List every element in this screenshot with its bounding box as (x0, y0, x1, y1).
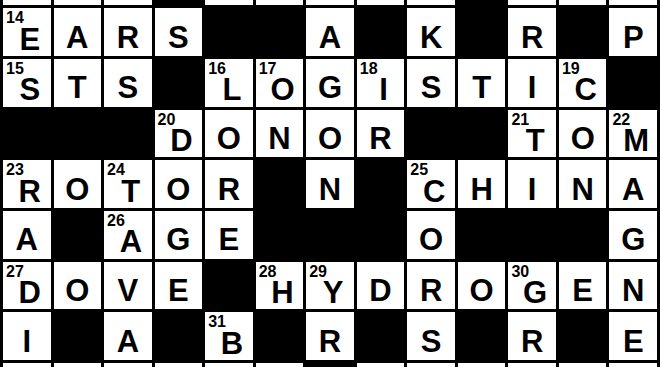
cell-r8-c11[interactable] (559, 363, 607, 367)
cell-r8-c9[interactable] (458, 363, 506, 367)
cell-letter: R (407, 267, 455, 315)
cell-r0-c5[interactable] (256, 0, 304, 5)
cell-r5-c2[interactable]: 26A (104, 211, 152, 259)
block-cell-r5-c11 (559, 211, 607, 259)
cell-letter: D (6, 269, 54, 317)
cell-r2-c2[interactable]: S (104, 59, 152, 107)
cell-r7-c12[interactable]: E (609, 312, 657, 360)
block-cell-r3-c2 (104, 110, 152, 158)
cell-r2-c11[interactable]: 19C (559, 59, 607, 107)
cell-r8-c0[interactable] (3, 363, 51, 367)
cell-letter: C (562, 66, 610, 114)
cell-r1-c8[interactable]: K (407, 8, 455, 56)
cell-r5-c12[interactable]: G (609, 211, 657, 259)
block-cell-r3-c8 (407, 110, 455, 158)
cell-letter: S (6, 66, 54, 114)
cell-r6-c3[interactable]: E (155, 262, 203, 310)
cell-r2-c10[interactable]: I (508, 59, 556, 107)
cell-letter: T (54, 64, 102, 112)
cell-letter: N (609, 267, 657, 315)
block-cell-r2-c3 (155, 59, 203, 107)
cell-letter: I (508, 64, 556, 112)
cell-letter: O (205, 115, 253, 163)
cell-letter: A (609, 165, 657, 213)
block-cell-r7-c3 (155, 312, 203, 360)
cell-r8-c5[interactable] (256, 363, 304, 367)
cell-r0-c11[interactable] (559, 0, 607, 5)
block-cell-r3-c9 (458, 110, 506, 158)
cell-r8-c4[interactable] (205, 363, 253, 367)
cell-r6-c10[interactable]: 30G (508, 262, 556, 310)
cell-r2-c9[interactable]: T (458, 59, 506, 107)
cell-r2-c7[interactable]: 18I (357, 59, 405, 107)
cell-letter: I (360, 66, 408, 114)
cell-letter: G (609, 216, 657, 264)
cell-letter: R (508, 317, 556, 365)
cell-letter: A (3, 216, 51, 264)
cell-letter: B (208, 319, 256, 367)
cell-letter: O (155, 165, 203, 213)
cell-letter: E (609, 317, 657, 365)
cell-r1-c6[interactable]: A (306, 8, 354, 56)
block-cell-r0-c3 (155, 0, 203, 5)
cell-letter: H (458, 165, 506, 213)
cell-letter: A (54, 13, 102, 61)
cell-r6-c12[interactable]: N (609, 262, 657, 310)
cell-r1-c2[interactable]: R (104, 8, 152, 56)
cell-r7-c4[interactable]: 31B (205, 312, 253, 360)
cell-r3-c5[interactable]: N (256, 110, 304, 158)
cell-r3-c4[interactable]: O (205, 110, 253, 158)
cell-r1-c12[interactable]: P (609, 8, 657, 56)
block-cell-r7-c9 (458, 312, 506, 360)
cell-r8-c2[interactable] (104, 363, 152, 367)
block-cell-r5-c10 (508, 211, 556, 259)
cell-letter: E (155, 267, 203, 315)
cell-r2-c0[interactable]: 15S (3, 59, 51, 107)
cell-r6-c2[interactable]: V (104, 262, 152, 310)
block-cell-r3-c0 (3, 110, 51, 158)
crossword-screen: 14EARSAKRP15STS16L17OG18ISTI19C20DONOR21… (0, 0, 660, 367)
cell-letter: A (306, 13, 354, 61)
cell-r0-c12[interactable] (609, 0, 657, 5)
cell-letter: D (158, 117, 206, 165)
cell-letter: L (208, 66, 256, 114)
cell-r8-c7[interactable] (357, 363, 405, 367)
cell-r6-c9[interactable]: O (458, 262, 506, 310)
cell-r7-c6[interactable]: R (306, 312, 354, 360)
cell-letter: O (54, 165, 102, 213)
cell-letter: R (306, 317, 354, 365)
cell-r1-c1[interactable]: A (54, 8, 102, 56)
cell-r0-c10[interactable] (508, 0, 556, 5)
cell-r4-c4[interactable]: R (205, 160, 253, 208)
block-cell-r7-c1 (54, 312, 102, 360)
cell-letter: O (54, 267, 102, 315)
cell-letter: R (357, 115, 405, 163)
cell-r4-c2[interactable]: 24T (104, 160, 152, 208)
cell-r1-c10[interactable]: R (508, 8, 556, 56)
cell-r1-c0[interactable]: 14E (3, 8, 51, 56)
block-cell-r5-c6 (306, 211, 354, 259)
cell-letter: S (407, 317, 455, 365)
block-cell-r2-c12 (609, 59, 657, 107)
block-cell-r7-c5 (256, 312, 304, 360)
cell-r2-c4[interactable]: 16L (205, 59, 253, 107)
cell-r4-c3[interactable]: O (155, 160, 203, 208)
cell-letter: T (107, 167, 155, 215)
block-cell-r5-c5 (256, 211, 304, 259)
cell-letter: R (205, 165, 253, 213)
block-cell-r3-c1 (54, 110, 102, 158)
cell-r8-c8[interactable] (407, 363, 455, 367)
cell-letter: O (407, 216, 455, 264)
cell-letter: K (407, 13, 455, 61)
cell-letter: O (559, 115, 607, 163)
cell-r3-c7[interactable]: R (357, 110, 405, 158)
block-cell-r4-c7 (357, 160, 405, 208)
block-cell-r4-c5 (256, 160, 304, 208)
block-cell-r1-c7 (357, 8, 405, 56)
cell-letter: A (107, 218, 155, 266)
cell-letter: Y (309, 269, 357, 317)
block-cell-r1-c4 (205, 8, 253, 56)
cell-r0-c0[interactable] (3, 0, 51, 5)
block-cell-r1-c9 (458, 8, 506, 56)
cell-r0-c1[interactable] (54, 0, 102, 5)
block-cell-r5-c1 (54, 211, 102, 259)
cell-r6-c5[interactable]: 28H (256, 262, 304, 310)
cell-r5-c8[interactable]: O (407, 211, 455, 259)
cell-r8-c3[interactable] (155, 363, 203, 367)
cell-letter: G (511, 269, 559, 317)
cell-letter: G (155, 216, 203, 264)
cell-r4-c6[interactable]: N (306, 160, 354, 208)
cell-r8-c12[interactable] (609, 363, 657, 367)
cell-letter: H (259, 269, 307, 317)
cell-r5-c0[interactable]: A (3, 211, 51, 259)
cell-r3-c6[interactable]: O (306, 110, 354, 158)
cell-r6-c0[interactable]: 27D (3, 262, 51, 310)
cell-letter: R (508, 13, 556, 61)
cell-r4-c12[interactable]: A (609, 160, 657, 208)
block-cell-r8-c6 (306, 363, 354, 367)
cell-r0-c2[interactable] (104, 0, 152, 5)
cell-letter: R (104, 13, 152, 61)
block-cell-r5-c7 (357, 211, 405, 259)
cell-r2-c8[interactable]: S (407, 59, 455, 107)
cell-letter: C (410, 167, 458, 215)
cell-r6-c8[interactable]: R (407, 262, 455, 310)
cell-r8-c1[interactable] (54, 363, 102, 367)
cell-letter: G (306, 64, 354, 112)
cell-r0-c7[interactable] (357, 0, 405, 5)
cell-r4-c11[interactable]: N (559, 160, 607, 208)
cell-r0-c8[interactable] (407, 0, 455, 5)
cell-letter: S (407, 64, 455, 112)
cell-r2-c1[interactable]: T (54, 59, 102, 107)
cell-letter: O (458, 267, 506, 315)
cell-r3-c12[interactable]: 22M (609, 110, 657, 158)
cell-letter: S (104, 64, 152, 112)
cell-r7-c2[interactable]: A (104, 312, 152, 360)
cell-r6-c11[interactable]: E (559, 262, 607, 310)
block-cell-r7-c7 (357, 312, 405, 360)
cell-letter: A (104, 317, 152, 365)
cell-r4-c9[interactable]: H (458, 160, 506, 208)
cell-r3-c3[interactable]: 20D (155, 110, 203, 158)
cell-letter: T (458, 64, 506, 112)
block-cell-r1-c11 (559, 8, 607, 56)
cell-r2-c5[interactable]: 17O (256, 59, 304, 107)
cell-r7-c10[interactable]: R (508, 312, 556, 360)
cell-r0-c6[interactable] (306, 0, 354, 5)
cell-letter: E (205, 216, 253, 264)
cell-letter: E (559, 267, 607, 315)
cell-r3-c10[interactable]: 21T (508, 110, 556, 158)
cell-letter: I (3, 317, 51, 365)
cell-r4-c8[interactable]: 25C (407, 160, 455, 208)
cell-r4-c1[interactable]: O (54, 160, 102, 208)
cell-letter: N (559, 165, 607, 213)
cell-r5-c4[interactable]: E (205, 211, 253, 259)
cell-letter: O (259, 66, 307, 114)
cell-r2-c6[interactable]: G (306, 59, 354, 107)
cell-r6-c6[interactable]: 29Y (306, 262, 354, 310)
cell-letter: R (6, 167, 54, 215)
block-cell-r1-c5 (256, 8, 304, 56)
block-cell-r7-c11 (559, 312, 607, 360)
cell-r4-c0[interactable]: 23R (3, 160, 51, 208)
cell-letter: T (511, 117, 559, 165)
cell-letter: E (6, 15, 54, 63)
cell-r0-c4[interactable] (205, 0, 253, 5)
crossword-grid: 14EARSAKRP15STS16L17OG18ISTI19C20DONOR21… (0, 0, 660, 367)
cell-r7-c0[interactable]: I (3, 312, 51, 360)
block-cell-r0-c9 (458, 0, 506, 5)
cell-r5-c3[interactable]: G (155, 211, 203, 259)
cell-letter: O (306, 115, 354, 163)
cell-r6-c7[interactable]: D (357, 262, 405, 310)
cell-letter: N (256, 115, 304, 163)
cell-letter: V (104, 267, 152, 315)
cell-r1-c3[interactable]: S (155, 8, 203, 56)
cell-letter: M (612, 117, 660, 165)
block-cell-r5-c9 (458, 211, 506, 259)
cell-r6-c1[interactable]: O (54, 262, 102, 310)
cell-r8-c10[interactable] (508, 363, 556, 367)
cell-letter: D (357, 267, 405, 315)
block-cell-r6-c4 (205, 262, 253, 310)
cell-letter: I (508, 165, 556, 213)
cell-r7-c8[interactable]: S (407, 312, 455, 360)
cell-r3-c11[interactable]: O (559, 110, 607, 158)
cell-letter: S (155, 13, 203, 61)
cell-r4-c10[interactable]: I (508, 160, 556, 208)
cell-letter: P (609, 13, 657, 61)
cell-letter: N (306, 165, 354, 213)
